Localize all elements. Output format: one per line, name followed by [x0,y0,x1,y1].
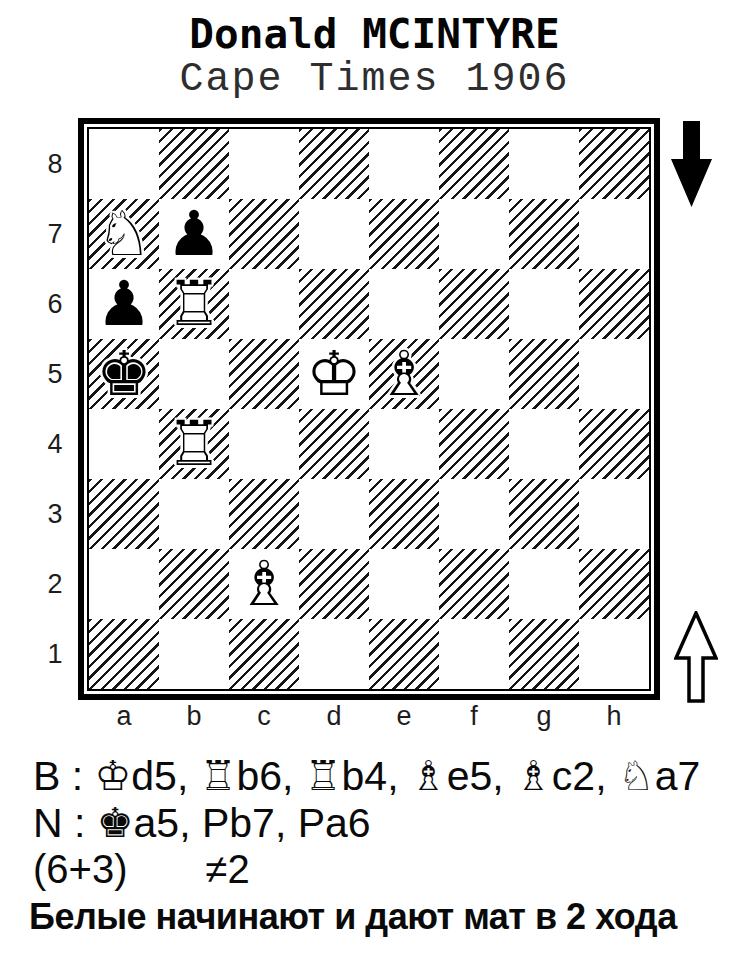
square-f4 [439,409,509,479]
stipulation: ≠2 [206,847,250,892]
piece-glyph: ♟ [166,203,222,265]
square-f8 [439,129,509,199]
piece-glyph: ♚ [96,343,152,405]
square-a5: ♚♚ [89,339,159,409]
piece-glyph: ♗ [236,553,292,615]
square-c3 [229,479,299,549]
board-inner-frame: ♞♘♟♟♟♟♜♖♚♚♚♔♝♗♜♖♝♗ [87,127,651,691]
piece-glyph: ♟ [96,273,152,335]
square-e6 [369,269,439,339]
piece-glyph: ♖ [166,273,222,335]
square-b6: ♜♖ [159,269,229,339]
square-c2: ♝♗ [229,549,299,619]
square-a1 [89,619,159,689]
square-d5: ♚♔ [299,339,369,409]
square-c7 [229,199,299,269]
square-e5: ♝♗ [369,339,439,409]
square-e1 [369,619,439,689]
square-g7 [509,199,579,269]
square-b7: ♟♟ [159,199,229,269]
square-e4 [369,409,439,479]
caption-white-pieces: B : ♔d5, ♖b6, ♖b4, ♗e5, ♗c2, ♘a7 [33,752,700,800]
square-f6 [439,269,509,339]
piece-glyph: ♔ [306,343,362,405]
rank-label-1: 1 [38,619,72,689]
square-a3 [89,479,159,549]
rank-label-6: 6 [38,269,72,339]
square-d7 [299,199,369,269]
board-frame: ♞♘♟♟♟♟♜♖♚♚♚♔♝♗♜♖♝♗ [78,118,660,700]
square-e7 [369,199,439,269]
file-label-a: a [89,701,159,732]
square-e2 [369,549,439,619]
square-d4 [299,409,369,479]
square-f2 [439,549,509,619]
file-label-g: g [509,701,579,732]
rank-label-5: 5 [38,339,72,409]
square-h4 [579,409,649,479]
white-rook-b4: ♜♖ [163,411,225,477]
square-f5 [439,339,509,409]
square-b2 [159,549,229,619]
black-down-arrow-icon [671,121,712,211]
square-c1 [229,619,299,689]
square-d2 [299,549,369,619]
rank-label-3: 3 [38,479,72,549]
square-g1 [509,619,579,689]
square-h6 [579,269,649,339]
square-b4: ♜♖ [159,409,229,479]
page-subtitle: Cape Times 1906 [0,57,749,102]
square-h7 [579,199,649,269]
white-up-arrow-icon [674,611,718,707]
file-label-f: f [439,701,509,732]
file-label-e: e [369,701,439,732]
square-e3 [369,479,439,549]
square-g3 [509,479,579,549]
square-a7: ♞♘ [89,199,159,269]
square-h2 [579,549,649,619]
file-label-d: d [299,701,369,732]
white-bishop-c2: ♝♗ [233,551,295,617]
square-b1 [159,619,229,689]
square-d3 [299,479,369,549]
square-b3 [159,479,229,549]
square-e8 [369,129,439,199]
square-g2 [509,549,579,619]
page-title: Donald MCINTYRE [0,10,749,58]
chessboard: ♞♘♟♟♟♟♜♖♚♚♚♔♝♗♜♖♝♗ [89,129,649,689]
square-f3 [439,479,509,549]
square-f7 [439,199,509,269]
white-bishop-e5: ♝♗ [373,341,435,407]
square-a2 [89,549,159,619]
rank-labels: 87654321 [38,129,72,689]
square-f1 [439,619,509,689]
square-a6: ♟♟ [89,269,159,339]
square-d6 [299,269,369,339]
rank-label-8: 8 [38,129,72,199]
caption-black-pieces: N : ♚a5, Pb7, Pa6 [33,799,371,847]
square-c5 [229,339,299,409]
black-king-a5: ♚♚ [93,341,155,407]
file-labels: abcdefgh [89,701,649,731]
square-d8 [299,129,369,199]
rank-label-7: 7 [38,199,72,269]
file-label-c: c [229,701,299,732]
square-a4 [89,409,159,479]
white-knight-a7: ♞♘ [93,201,155,267]
piece-glyph: ♗ [376,343,432,405]
square-c6 [229,269,299,339]
square-g6 [509,269,579,339]
piece-glyph: ♖ [166,413,222,475]
piece-glyph: ♘ [96,203,152,265]
white-rook-b6: ♜♖ [163,271,225,337]
square-h5 [579,339,649,409]
square-b8 [159,129,229,199]
square-d1 [299,619,369,689]
square-a8 [89,129,159,199]
square-c8 [229,129,299,199]
square-c4 [229,409,299,479]
rank-label-2: 2 [38,549,72,619]
file-label-h: h [579,701,649,732]
white-king-d5: ♚♔ [303,341,365,407]
piece-count: (6+3) [33,847,128,891]
black-pawn-b7: ♟♟ [163,201,225,267]
square-b5 [159,339,229,409]
page: Donald MCINTYRE Cape Times 1906 ♞♘♟♟♟♟♜♖… [0,0,749,957]
square-h1 [579,619,649,689]
square-g8 [509,129,579,199]
file-label-b: b [159,701,229,732]
square-g5 [509,339,579,409]
square-h3 [579,479,649,549]
square-h8 [579,129,649,199]
black-pawn-a6: ♟♟ [93,271,155,337]
square-g4 [509,409,579,479]
caption-footer: Белые начинают и дают мат в 2 хода [29,896,677,938]
rank-label-4: 4 [38,409,72,479]
caption-count-line: (6+3)≠2 [33,847,250,892]
